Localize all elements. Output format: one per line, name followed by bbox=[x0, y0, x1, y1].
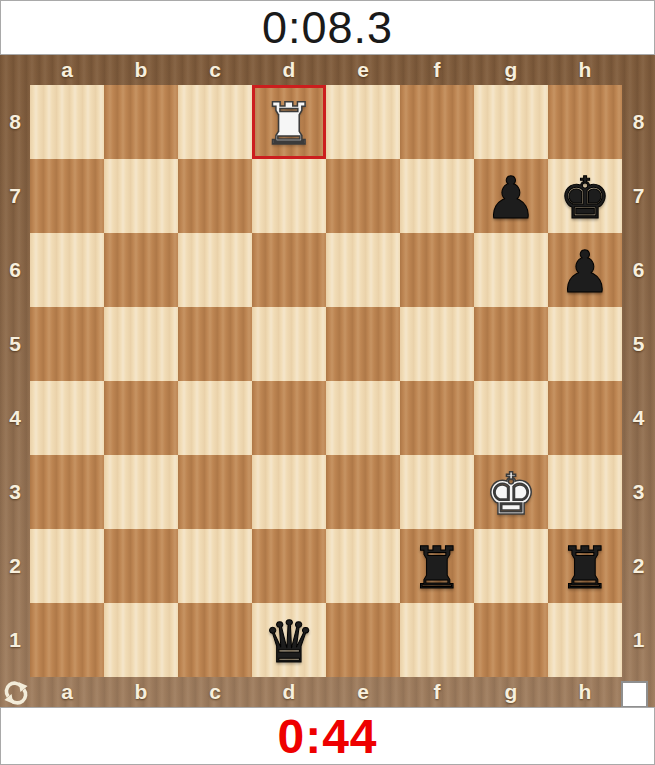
square-h8[interactable] bbox=[548, 85, 622, 159]
square-e6[interactable] bbox=[326, 233, 400, 307]
file-label-bottom-a: a bbox=[30, 677, 104, 707]
square-e4[interactable] bbox=[326, 381, 400, 455]
square-c3[interactable] bbox=[178, 455, 252, 529]
file-label-top-e: e bbox=[326, 55, 400, 85]
file-label-top-d: d bbox=[252, 55, 326, 85]
square-c8[interactable] bbox=[178, 85, 252, 159]
file-label-top-b: b bbox=[104, 55, 178, 85]
piece-black-rook[interactable]: ♜ bbox=[559, 539, 611, 597]
square-g7[interactable]: ♟ bbox=[474, 159, 548, 233]
square-d3[interactable] bbox=[252, 455, 326, 529]
square-f4[interactable] bbox=[400, 381, 474, 455]
square-a2[interactable] bbox=[30, 529, 104, 603]
square-g6[interactable] bbox=[474, 233, 548, 307]
square-h5[interactable] bbox=[548, 307, 622, 381]
square-f6[interactable] bbox=[400, 233, 474, 307]
chess-app: 0:08.3 ♜♟♚♟♚♜♜♛ aabbccddeeffgghh88776655… bbox=[0, 0, 655, 765]
square-f7[interactable] bbox=[400, 159, 474, 233]
rank-label-right-1: 1 bbox=[622, 603, 655, 677]
bottom-clock-time: 0:44 bbox=[277, 709, 377, 764]
top-clock: 0:08.3 bbox=[0, 0, 655, 55]
file-label-top-c: c bbox=[178, 55, 252, 85]
top-clock-time: 0:08.3 bbox=[262, 2, 393, 54]
piece-black-pawn[interactable]: ♟ bbox=[485, 169, 537, 227]
file-label-bottom-d: d bbox=[252, 677, 326, 707]
file-label-top-g: g bbox=[474, 55, 548, 85]
square-c2[interactable] bbox=[178, 529, 252, 603]
square-b8[interactable] bbox=[104, 85, 178, 159]
square-g4[interactable] bbox=[474, 381, 548, 455]
square-b2[interactable] bbox=[104, 529, 178, 603]
square-g2[interactable] bbox=[474, 529, 548, 603]
rotate-icon bbox=[3, 680, 29, 706]
file-label-top-f: f bbox=[400, 55, 474, 85]
rank-label-left-3: 3 bbox=[0, 455, 30, 529]
square-c7[interactable] bbox=[178, 159, 252, 233]
square-a1[interactable] bbox=[30, 603, 104, 677]
square-e5[interactable] bbox=[326, 307, 400, 381]
square-a6[interactable] bbox=[30, 233, 104, 307]
rank-label-left-5: 5 bbox=[0, 307, 30, 381]
piece-black-king[interactable]: ♚ bbox=[559, 169, 611, 227]
square-b4[interactable] bbox=[104, 381, 178, 455]
square-d1[interactable]: ♛ bbox=[252, 603, 326, 677]
rank-label-left-4: 4 bbox=[0, 381, 30, 455]
file-label-bottom-c: c bbox=[178, 677, 252, 707]
square-e7[interactable] bbox=[326, 159, 400, 233]
square-b5[interactable] bbox=[104, 307, 178, 381]
square-d6[interactable] bbox=[252, 233, 326, 307]
square-d7[interactable] bbox=[252, 159, 326, 233]
square-h4[interactable] bbox=[548, 381, 622, 455]
square-a5[interactable] bbox=[30, 307, 104, 381]
rank-label-right-8: 8 bbox=[622, 85, 655, 159]
stop-button[interactable] bbox=[621, 681, 648, 708]
piece-black-pawn[interactable]: ♟ bbox=[559, 243, 611, 301]
square-g5[interactable] bbox=[474, 307, 548, 381]
square-d4[interactable] bbox=[252, 381, 326, 455]
square-g3[interactable]: ♚ bbox=[474, 455, 548, 529]
piece-white-king[interactable]: ♚ bbox=[485, 465, 537, 523]
square-a3[interactable] bbox=[30, 455, 104, 529]
square-f3[interactable] bbox=[400, 455, 474, 529]
rank-label-right-7: 7 bbox=[622, 159, 655, 233]
square-b6[interactable] bbox=[104, 233, 178, 307]
piece-black-rook[interactable]: ♜ bbox=[411, 539, 463, 597]
square-d2[interactable] bbox=[252, 529, 326, 603]
file-label-top-a: a bbox=[30, 55, 104, 85]
square-g8[interactable] bbox=[474, 85, 548, 159]
rank-label-right-6: 6 bbox=[622, 233, 655, 307]
square-e1[interactable] bbox=[326, 603, 400, 677]
square-h3[interactable] bbox=[548, 455, 622, 529]
square-f1[interactable] bbox=[400, 603, 474, 677]
square-e8[interactable] bbox=[326, 85, 400, 159]
square-a8[interactable] bbox=[30, 85, 104, 159]
file-label-bottom-f: f bbox=[400, 677, 474, 707]
rotate-board-button[interactable] bbox=[2, 679, 29, 706]
file-label-bottom-e: e bbox=[326, 677, 400, 707]
square-e2[interactable] bbox=[326, 529, 400, 603]
rank-label-right-2: 2 bbox=[622, 529, 655, 603]
board-grid: ♜♟♚♟♚♜♜♛ bbox=[30, 85, 622, 677]
piece-black-queen[interactable]: ♛ bbox=[263, 613, 315, 671]
square-f5[interactable] bbox=[400, 307, 474, 381]
rank-label-left-7: 7 bbox=[0, 159, 30, 233]
square-h7[interactable]: ♚ bbox=[548, 159, 622, 233]
square-e3[interactable] bbox=[326, 455, 400, 529]
piece-white-rook[interactable]: ♜ bbox=[263, 95, 315, 153]
square-h6[interactable]: ♟ bbox=[548, 233, 622, 307]
rank-label-right-4: 4 bbox=[622, 381, 655, 455]
square-b1[interactable] bbox=[104, 603, 178, 677]
square-c5[interactable] bbox=[178, 307, 252, 381]
chess-board: ♜♟♚♟♚♜♜♛ aabbccddeeffgghh887766554433221… bbox=[0, 55, 655, 707]
bottom-clock: 0:44 bbox=[0, 707, 655, 765]
square-a4[interactable] bbox=[30, 381, 104, 455]
square-c4[interactable] bbox=[178, 381, 252, 455]
square-d5[interactable] bbox=[252, 307, 326, 381]
square-c1[interactable] bbox=[178, 603, 252, 677]
square-f8[interactable] bbox=[400, 85, 474, 159]
file-label-bottom-b: b bbox=[104, 677, 178, 707]
rank-label-left-2: 2 bbox=[0, 529, 30, 603]
square-h2[interactable]: ♜ bbox=[548, 529, 622, 603]
rank-label-left-1: 1 bbox=[0, 603, 30, 677]
square-b3[interactable] bbox=[104, 455, 178, 529]
square-h1[interactable] bbox=[548, 603, 622, 677]
square-c6[interactable] bbox=[178, 233, 252, 307]
square-g1[interactable] bbox=[474, 603, 548, 677]
square-d8[interactable]: ♜ bbox=[252, 85, 326, 159]
rank-label-right-5: 5 bbox=[622, 307, 655, 381]
square-b7[interactable] bbox=[104, 159, 178, 233]
file-label-top-h: h bbox=[548, 55, 622, 85]
rank-label-left-8: 8 bbox=[0, 85, 30, 159]
rank-label-right-3: 3 bbox=[622, 455, 655, 529]
rank-label-left-6: 6 bbox=[0, 233, 30, 307]
file-label-bottom-g: g bbox=[474, 677, 548, 707]
square-f2[interactable]: ♜ bbox=[400, 529, 474, 603]
file-label-bottom-h: h bbox=[548, 677, 622, 707]
square-a7[interactable] bbox=[30, 159, 104, 233]
